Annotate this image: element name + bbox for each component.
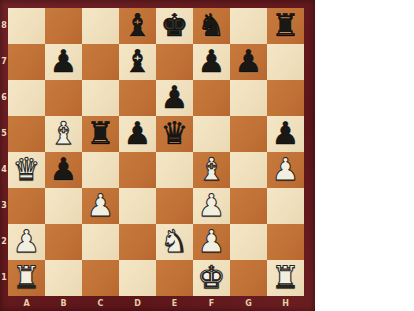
- square-f6[interactable]: [193, 80, 230, 116]
- square-g7[interactable]: ♟: [230, 44, 267, 80]
- rank-label-1: 1: [0, 260, 8, 296]
- black-pawn-b4: ♟: [45, 152, 82, 188]
- square-f8[interactable]: ♞: [193, 8, 230, 44]
- square-b2[interactable]: [45, 224, 82, 260]
- white-queen-a4: ♛: [8, 152, 45, 188]
- rank-label-5: 5: [0, 116, 8, 152]
- file-label-b: B: [45, 296, 82, 311]
- square-e5[interactable]: ♛: [156, 116, 193, 152]
- square-h2[interactable]: [267, 224, 304, 260]
- black-bishop-d7: ♝: [119, 44, 156, 80]
- black-queen-e5: ♛: [156, 116, 193, 152]
- rank-coordinates: 87654321: [0, 8, 8, 296]
- black-pawn-f7: ♟: [193, 44, 230, 80]
- square-h1[interactable]: ♜: [267, 260, 304, 296]
- square-c7[interactable]: [82, 44, 119, 80]
- square-c1[interactable]: [82, 260, 119, 296]
- white-knight-e2: ♞: [156, 224, 193, 260]
- file-label-c: C: [82, 296, 119, 311]
- black-king-e8: ♚: [156, 8, 193, 44]
- square-a4[interactable]: ♛: [8, 152, 45, 188]
- square-h3[interactable]: [267, 188, 304, 224]
- square-h5[interactable]: ♟: [267, 116, 304, 152]
- square-d3[interactable]: [119, 188, 156, 224]
- square-f4[interactable]: ♝: [193, 152, 230, 188]
- file-label-g: G: [230, 296, 267, 311]
- square-a8[interactable]: [8, 8, 45, 44]
- square-g2[interactable]: [230, 224, 267, 260]
- square-g8[interactable]: [230, 8, 267, 44]
- square-e7[interactable]: [156, 44, 193, 80]
- board-squares: ♝♚♞♜♟♝♟♟♟♝♜♟♛♟♛♟♝♟♟♟♟♞♟♜♚♜: [8, 8, 304, 296]
- square-f2[interactable]: ♟: [193, 224, 230, 260]
- square-b6[interactable]: [45, 80, 82, 116]
- file-label-a: A: [8, 296, 45, 311]
- square-g1[interactable]: [230, 260, 267, 296]
- file-label-h: H: [267, 296, 304, 311]
- square-f3[interactable]: ♟: [193, 188, 230, 224]
- square-d2[interactable]: [119, 224, 156, 260]
- white-pawn-f2: ♟: [193, 224, 230, 260]
- rank-label-3: 3: [0, 188, 8, 224]
- square-e4[interactable]: [156, 152, 193, 188]
- black-bishop-d8: ♝: [119, 8, 156, 44]
- square-h6[interactable]: [267, 80, 304, 116]
- page-background: [315, 0, 414, 311]
- black-pawn-d5: ♟: [119, 116, 156, 152]
- rank-label-6: 6: [0, 80, 8, 116]
- square-c3[interactable]: ♟: [82, 188, 119, 224]
- square-f5[interactable]: [193, 116, 230, 152]
- square-d4[interactable]: [119, 152, 156, 188]
- square-e6[interactable]: ♟: [156, 80, 193, 116]
- square-h8[interactable]: ♜: [267, 8, 304, 44]
- square-b3[interactable]: [45, 188, 82, 224]
- white-king-f1: ♚: [193, 260, 230, 296]
- white-rook-h1: ♜: [267, 260, 304, 296]
- rank-label-8: 8: [0, 8, 8, 44]
- square-e1[interactable]: [156, 260, 193, 296]
- black-pawn-b7: ♟: [45, 44, 82, 80]
- square-d6[interactable]: [119, 80, 156, 116]
- square-c4[interactable]: [82, 152, 119, 188]
- black-knight-f8: ♞: [193, 8, 230, 44]
- file-label-e: E: [156, 296, 193, 311]
- file-label-d: D: [119, 296, 156, 311]
- square-g6[interactable]: [230, 80, 267, 116]
- square-a3[interactable]: [8, 188, 45, 224]
- white-pawn-c3: ♟: [82, 188, 119, 224]
- square-c5[interactable]: ♜: [82, 116, 119, 152]
- white-pawn-f3: ♟: [193, 188, 230, 224]
- square-h7[interactable]: [267, 44, 304, 80]
- square-a1[interactable]: ♜: [8, 260, 45, 296]
- white-rook-a1: ♜: [8, 260, 45, 296]
- black-rook-h8: ♜: [267, 8, 304, 44]
- rank-label-7: 7: [0, 44, 8, 80]
- rank-label-2: 2: [0, 224, 8, 260]
- black-pawn-h5: ♟: [267, 116, 304, 152]
- white-pawn-h4: ♟: [267, 152, 304, 188]
- square-d7[interactable]: ♝: [119, 44, 156, 80]
- square-b4[interactable]: ♟: [45, 152, 82, 188]
- white-bishop-f4: ♝: [193, 152, 230, 188]
- black-pawn-e6: ♟: [156, 80, 193, 116]
- square-c6[interactable]: [82, 80, 119, 116]
- square-a2[interactable]: ♟: [8, 224, 45, 260]
- square-a7[interactable]: [8, 44, 45, 80]
- rank-label-4: 4: [0, 152, 8, 188]
- square-e3[interactable]: [156, 188, 193, 224]
- file-label-f: F: [193, 296, 230, 311]
- square-e2[interactable]: ♞: [156, 224, 193, 260]
- chess-board: 87654321 ♝♚♞♜♟♝♟♟♟♝♜♟♛♟♛♟♝♟♟♟♟♞♟♜♚♜ ABCD…: [0, 0, 315, 311]
- white-pawn-a2: ♟: [8, 224, 45, 260]
- square-g3[interactable]: [230, 188, 267, 224]
- square-b5[interactable]: ♝: [45, 116, 82, 152]
- black-pawn-g7: ♟: [230, 44, 267, 80]
- square-d5[interactable]: ♟: [119, 116, 156, 152]
- square-f1[interactable]: ♚: [193, 260, 230, 296]
- square-b7[interactable]: ♟: [45, 44, 82, 80]
- square-f7[interactable]: ♟: [193, 44, 230, 80]
- file-coordinates: ABCDEFGH: [8, 296, 304, 311]
- square-a5[interactable]: [8, 116, 45, 152]
- black-rook-c5: ♜: [82, 116, 119, 152]
- square-g4[interactable]: [230, 152, 267, 188]
- square-h4[interactable]: ♟: [267, 152, 304, 188]
- square-g5[interactable]: [230, 116, 267, 152]
- square-e8[interactable]: ♚: [156, 8, 193, 44]
- square-a6[interactable]: [8, 80, 45, 116]
- square-b8[interactable]: [45, 8, 82, 44]
- square-d8[interactable]: ♝: [119, 8, 156, 44]
- square-b1[interactable]: [45, 260, 82, 296]
- square-d1[interactable]: [119, 260, 156, 296]
- white-bishop-b5: ♝: [45, 116, 82, 152]
- square-c8[interactable]: [82, 8, 119, 44]
- square-c2[interactable]: [82, 224, 119, 260]
